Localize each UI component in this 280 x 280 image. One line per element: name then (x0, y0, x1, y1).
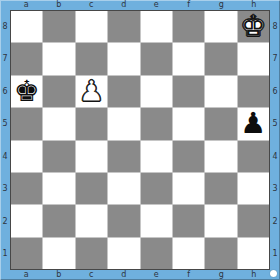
square-a6: ♚ (11, 76, 42, 107)
square-f4 (173, 141, 204, 172)
white-pawn: ♟︎ (78, 77, 104, 106)
square-c5 (76, 108, 107, 139)
square-h8: ♚ (238, 11, 269, 42)
file-label-top-e: e (140, 0, 173, 10)
rank-label-right-5: 5 (270, 108, 280, 141)
square-g7 (205, 43, 236, 74)
square-e2 (141, 205, 172, 236)
rank-label-left-2: 2 (0, 205, 10, 238)
black-pawn: ♟︎ (240, 109, 266, 138)
square-e1 (141, 238, 172, 269)
square-c8 (76, 11, 107, 42)
square-c6: ♟︎ (76, 76, 107, 107)
square-c1 (76, 238, 107, 269)
rank-label-left-3: 3 (0, 173, 10, 206)
square-f5 (173, 108, 204, 139)
square-h3 (238, 173, 269, 204)
file-label-top-h: h (238, 0, 271, 10)
square-a1 (11, 238, 42, 269)
square-a4 (11, 141, 42, 172)
chess-diagram-frame: abcdefgh abcdefgh 87654321 87654321 ♚♚♟︎… (0, 0, 280, 280)
rank-label-right-6: 6 (270, 75, 280, 108)
square-d6 (108, 76, 139, 107)
rank-label-left-8: 8 (0, 10, 10, 43)
square-b2 (43, 205, 74, 236)
square-d8 (108, 11, 139, 42)
file-label-bottom-c: c (75, 270, 108, 280)
square-d1 (108, 238, 139, 269)
square-d3 (108, 173, 139, 204)
rank-label-right-3: 3 (270, 173, 280, 206)
square-e4 (141, 141, 172, 172)
square-b4 (43, 141, 74, 172)
square-f8 (173, 11, 204, 42)
file-label-bottom-a: a (10, 270, 43, 280)
file-label-top-f: f (173, 0, 206, 10)
square-e5 (141, 108, 172, 139)
square-c3 (76, 173, 107, 204)
rank-label-left-4: 4 (0, 140, 10, 173)
black-king: ♚ (14, 77, 40, 106)
rank-label-left-7: 7 (0, 43, 10, 76)
rank-label-left-6: 6 (0, 75, 10, 108)
square-g5 (205, 108, 236, 139)
square-h7 (238, 43, 269, 74)
square-a2 (11, 205, 42, 236)
rank-labels-right: 87654321 (270, 10, 280, 270)
file-label-bottom-d: d (108, 270, 141, 280)
rank-label-left-5: 5 (0, 108, 10, 141)
rank-label-left-1: 1 (0, 238, 10, 271)
square-f2 (173, 205, 204, 236)
file-label-bottom-f: f (173, 270, 206, 280)
square-h2 (238, 205, 269, 236)
square-g1 (205, 238, 236, 269)
file-label-top-d: d (108, 0, 141, 10)
square-h1 (238, 238, 269, 269)
square-f3 (173, 173, 204, 204)
square-b3 (43, 173, 74, 204)
file-label-bottom-e: e (140, 270, 173, 280)
rank-label-right-8: 8 (270, 10, 280, 43)
white-king: ♚ (240, 12, 266, 41)
square-b1 (43, 238, 74, 269)
rank-label-right-4: 4 (270, 140, 280, 173)
square-g3 (205, 173, 236, 204)
rank-label-right-2: 2 (270, 205, 280, 238)
chess-board: ♚♚♟︎♟︎ (10, 10, 270, 270)
square-g8 (205, 11, 236, 42)
square-e3 (141, 173, 172, 204)
square-g4 (205, 141, 236, 172)
square-a8 (11, 11, 42, 42)
file-labels-bottom: abcdefgh (10, 270, 270, 280)
square-d4 (108, 141, 139, 172)
file-label-bottom-h: h (238, 270, 271, 280)
square-e7 (141, 43, 172, 74)
square-b5 (43, 108, 74, 139)
square-c2 (76, 205, 107, 236)
square-g2 (205, 205, 236, 236)
square-h4 (238, 141, 269, 172)
square-e8 (141, 11, 172, 42)
square-b6 (43, 76, 74, 107)
square-a3 (11, 173, 42, 204)
square-a7 (11, 43, 42, 74)
square-e6 (141, 76, 172, 107)
square-g6 (205, 76, 236, 107)
square-f6 (173, 76, 204, 107)
file-label-bottom-g: g (205, 270, 238, 280)
white-to-move-indicator (270, 270, 277, 277)
file-label-top-c: c (75, 0, 108, 10)
square-d7 (108, 43, 139, 74)
square-f7 (173, 43, 204, 74)
rank-label-right-1: 1 (270, 238, 280, 271)
square-b8 (43, 11, 74, 42)
file-label-top-b: b (43, 0, 76, 10)
rank-labels-left: 87654321 (0, 10, 10, 270)
square-c4 (76, 141, 107, 172)
square-h5: ♟︎ (238, 108, 269, 139)
square-h6 (238, 76, 269, 107)
square-d2 (108, 205, 139, 236)
square-d5 (108, 108, 139, 139)
file-label-top-a: a (10, 0, 43, 10)
square-c7 (76, 43, 107, 74)
file-label-top-g: g (205, 0, 238, 10)
square-b7 (43, 43, 74, 74)
square-a5 (11, 108, 42, 139)
square-f1 (173, 238, 204, 269)
file-labels-top: abcdefgh (10, 0, 270, 10)
rank-label-right-7: 7 (270, 43, 280, 76)
file-label-bottom-b: b (43, 270, 76, 280)
